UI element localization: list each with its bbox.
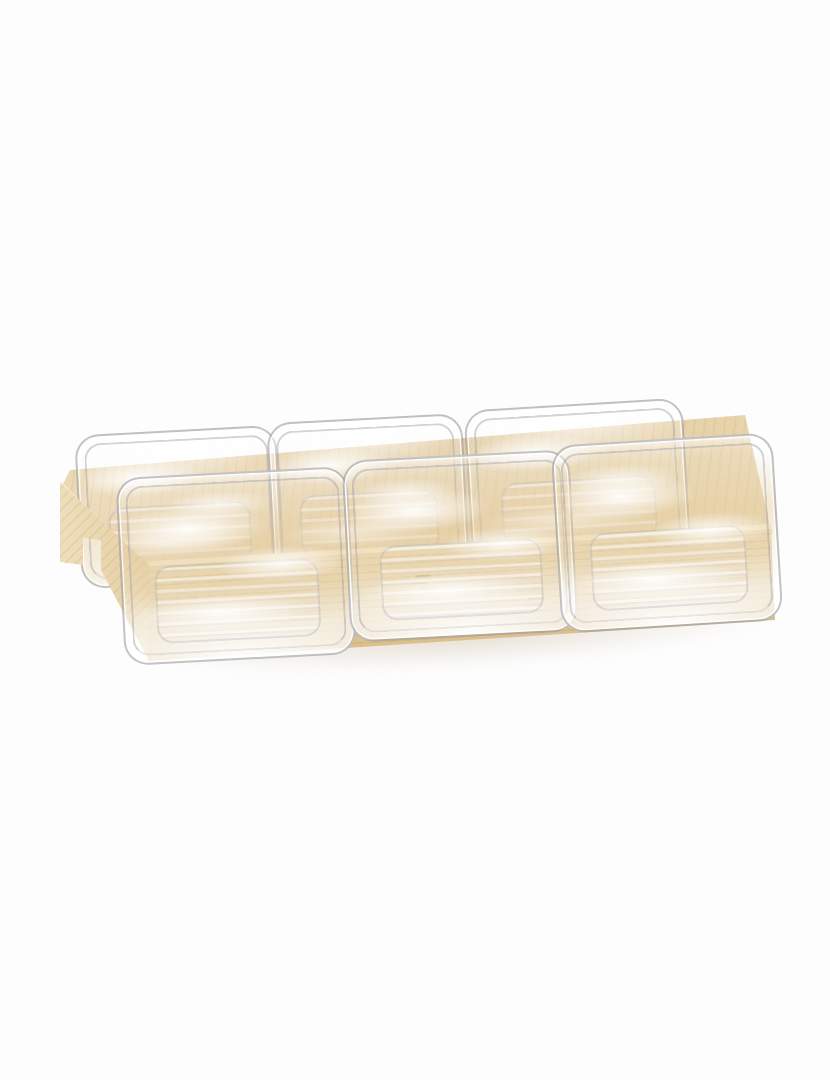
bowl-front-middle (341, 449, 578, 643)
bowl-floor-ripples (588, 525, 749, 612)
bowl-front-right (550, 432, 783, 633)
bowl-front-left (115, 466, 357, 666)
bowl-floor-ripples (154, 558, 322, 644)
product-photo (0, 0, 830, 1080)
bowl-floor-ripples (379, 538, 544, 621)
